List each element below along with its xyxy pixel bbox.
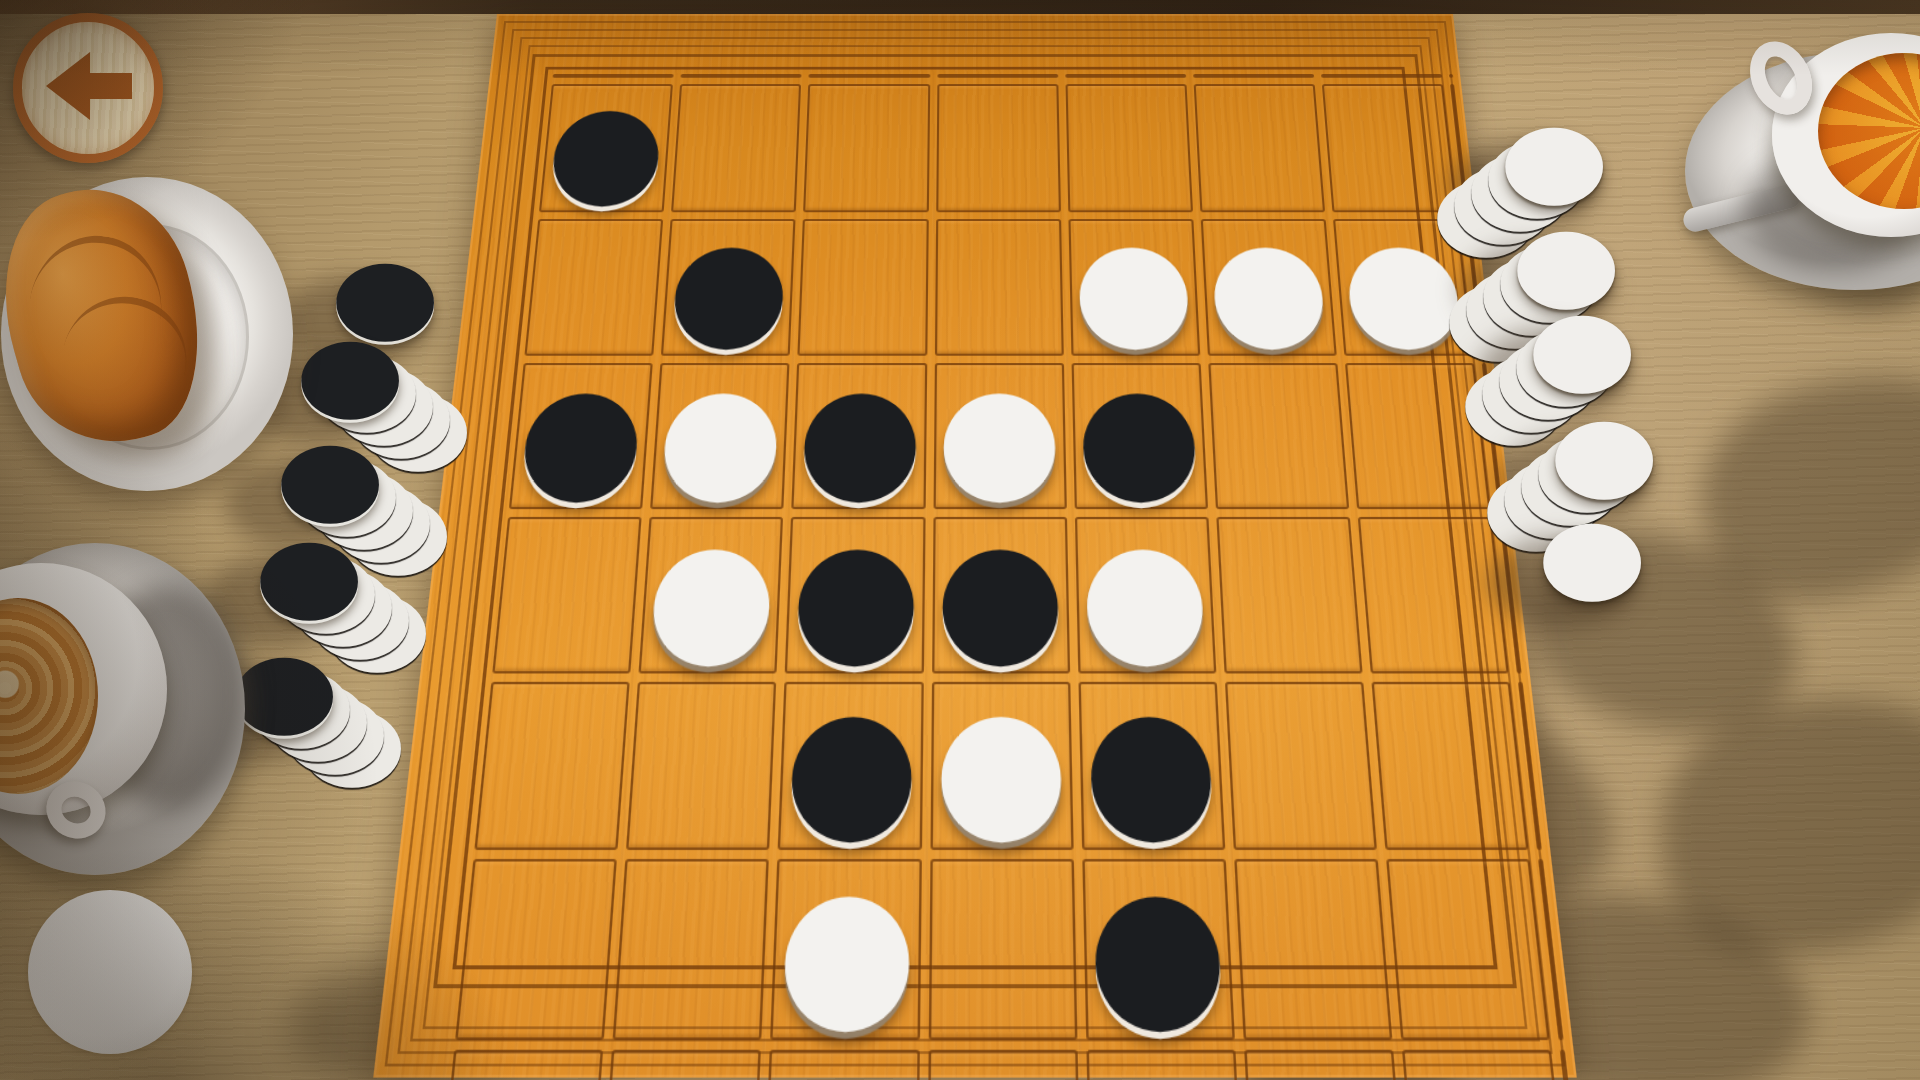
back-arrow-icon	[88, 73, 132, 99]
game-scene: ●●●●●●●●●●●●●●●●●●●●●● ●●●●●●●●●●●●●●●●●…	[0, 0, 1920, 1080]
disc-trays: ●●●●●●●●●●●●●●●●●●●●●●●●●●●●●●●●●●●●●●●●…	[0, 0, 1920, 1080]
white-reserve-disc: ●	[1548, 400, 1660, 502]
turn-indicator-white-disc	[28, 890, 192, 1054]
white-reserve-disc: ●	[1526, 294, 1638, 396]
black-reserve-disc: ●	[274, 424, 386, 526]
black-reserve-disc: ●	[253, 521, 365, 623]
back-button[interactable]	[13, 13, 163, 163]
black-reserve-disc: ●	[294, 320, 406, 422]
white-reserve-disc: ●	[1498, 106, 1610, 208]
white-reserve-disc: ●	[1536, 502, 1648, 604]
back-arrow-icon	[46, 52, 90, 120]
